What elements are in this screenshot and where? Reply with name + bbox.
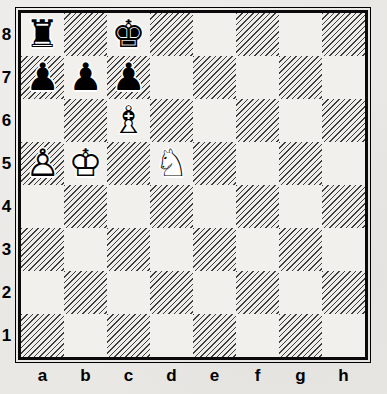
rank-labels: 87654321 (0, 13, 13, 357)
square-d7[interactable] (150, 56, 193, 99)
square-h1[interactable] (322, 314, 365, 357)
square-a7[interactable]: ♟♟ (21, 56, 64, 99)
square-d4[interactable] (150, 185, 193, 228)
square-f3[interactable] (236, 228, 279, 271)
square-d6[interactable] (150, 99, 193, 142)
square-d1[interactable] (150, 314, 193, 357)
file-label-c: c (107, 366, 150, 386)
square-f5[interactable] (236, 142, 279, 185)
file-label-b: b (64, 366, 107, 386)
chess-diagram-page: 87654321 ♜♜♚♚♟♟♟♟♟♟♝♗♟♙♚♔♞♘ abcdefgh (0, 0, 387, 394)
square-e3[interactable] (193, 228, 236, 271)
square-b7[interactable]: ♟♟ (64, 56, 107, 99)
square-c1[interactable] (107, 314, 150, 357)
chess-board: ♜♜♚♚♟♟♟♟♟♟♝♗♟♙♚♔♞♘ (21, 13, 365, 357)
square-a3[interactable] (21, 228, 64, 271)
square-a5[interactable]: ♟♙ (21, 142, 64, 185)
square-b4[interactable] (64, 185, 107, 228)
square-g6[interactable] (279, 99, 322, 142)
black-king-c8[interactable]: ♚ (107, 13, 150, 56)
square-c2[interactable] (107, 271, 150, 314)
file-label-g: g (279, 366, 322, 386)
file-label-a: a (21, 366, 64, 386)
square-f2[interactable] (236, 271, 279, 314)
file-label-h: h (322, 366, 365, 386)
square-h6[interactable] (322, 99, 365, 142)
square-b5[interactable]: ♚♔ (64, 142, 107, 185)
square-g4[interactable] (279, 185, 322, 228)
square-g1[interactable] (279, 314, 322, 357)
file-label-f: f (236, 366, 279, 386)
square-a4[interactable] (21, 185, 64, 228)
square-f6[interactable] (236, 99, 279, 142)
square-g3[interactable] (279, 228, 322, 271)
square-a6[interactable] (21, 99, 64, 142)
rank-label-4: 4 (0, 185, 13, 228)
rank-label-5: 5 (0, 142, 13, 185)
square-h4[interactable] (322, 185, 365, 228)
white-pawn-a5[interactable]: ♙ (21, 142, 64, 185)
square-c6[interactable]: ♝♗ (107, 99, 150, 142)
square-h2[interactable] (322, 271, 365, 314)
square-b3[interactable] (64, 228, 107, 271)
square-h7[interactable] (322, 56, 365, 99)
square-b2[interactable] (64, 271, 107, 314)
rank-label-8: 8 (0, 13, 13, 56)
square-d2[interactable] (150, 271, 193, 314)
square-b1[interactable] (64, 314, 107, 357)
square-h5[interactable] (322, 142, 365, 185)
square-a2[interactable] (21, 271, 64, 314)
black-rook-a8[interactable]: ♜ (21, 13, 64, 56)
file-label-e: e (193, 366, 236, 386)
rank-label-2: 2 (0, 271, 13, 314)
square-e2[interactable] (193, 271, 236, 314)
square-f7[interactable] (236, 56, 279, 99)
white-bishop-c6[interactable]: ♗ (107, 99, 150, 142)
square-d8[interactable] (150, 13, 193, 56)
square-f1[interactable] (236, 314, 279, 357)
square-e6[interactable] (193, 99, 236, 142)
square-e8[interactable] (193, 13, 236, 56)
square-c7[interactable]: ♟♟ (107, 56, 150, 99)
white-knight-d5[interactable]: ♘ (150, 142, 193, 185)
file-labels: abcdefgh (21, 366, 365, 386)
square-d5[interactable]: ♞♘ (150, 142, 193, 185)
square-h3[interactable] (322, 228, 365, 271)
square-c3[interactable] (107, 228, 150, 271)
chess-board-frame: ♜♜♚♚♟♟♟♟♟♟♝♗♟♙♚♔♞♘ (15, 7, 371, 363)
square-c4[interactable] (107, 185, 150, 228)
square-e4[interactable] (193, 185, 236, 228)
square-g7[interactable] (279, 56, 322, 99)
square-g8[interactable] (279, 13, 322, 56)
square-c8[interactable]: ♚♚ (107, 13, 150, 56)
square-b8[interactable] (64, 13, 107, 56)
rank-label-1: 1 (0, 314, 13, 357)
white-king-b5[interactable]: ♔ (64, 142, 107, 185)
rank-label-7: 7 (0, 56, 13, 99)
square-h8[interactable] (322, 13, 365, 56)
square-f4[interactable] (236, 185, 279, 228)
square-g5[interactable] (279, 142, 322, 185)
square-e1[interactable] (193, 314, 236, 357)
rank-label-6: 6 (0, 99, 13, 142)
black-pawn-a7[interactable]: ♟ (21, 56, 64, 99)
rank-label-3: 3 (0, 228, 13, 271)
square-e5[interactable] (193, 142, 236, 185)
square-f8[interactable] (236, 13, 279, 56)
square-g2[interactable] (279, 271, 322, 314)
chess-board-border: ♜♜♚♚♟♟♟♟♟♟♝♗♟♙♚♔♞♘ (18, 10, 368, 360)
black-pawn-c7[interactable]: ♟ (107, 56, 150, 99)
square-d3[interactable] (150, 228, 193, 271)
square-a1[interactable] (21, 314, 64, 357)
square-a8[interactable]: ♜♜ (21, 13, 64, 56)
square-b6[interactable] (64, 99, 107, 142)
square-c5[interactable] (107, 142, 150, 185)
square-e7[interactable] (193, 56, 236, 99)
file-label-d: d (150, 366, 193, 386)
black-pawn-b7[interactable]: ♟ (64, 56, 107, 99)
